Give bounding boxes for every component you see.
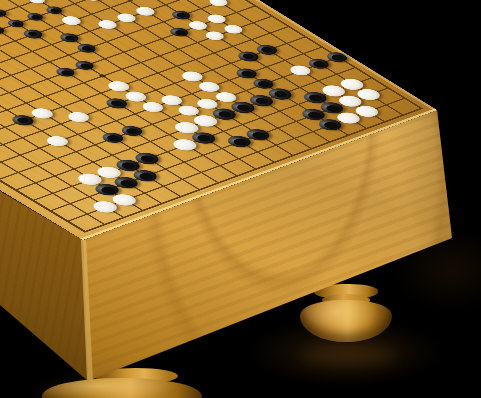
white-stone[interactable]: ○ xyxy=(133,5,157,17)
black-stone[interactable]: ● xyxy=(4,18,27,29)
white-stone[interactable]: ○ xyxy=(95,19,119,31)
black-stone[interactable]: ● xyxy=(74,42,99,54)
board-leg-left xyxy=(36,366,206,398)
black-stone[interactable]: ● xyxy=(166,26,192,38)
white-stone[interactable]: ○ xyxy=(26,0,48,5)
white-stone[interactable]: ○ xyxy=(220,23,246,36)
black-stone[interactable]: ● xyxy=(57,32,82,44)
black-stone[interactable]: ● xyxy=(0,25,8,36)
goban-photo-scene: ●●○○●●●●○●●○●○○○●●○●●●○○○○●○○○●○○●●○○○○●… xyxy=(0,0,481,398)
white-stone[interactable]: ○ xyxy=(81,0,104,2)
white-stone[interactable]: ○ xyxy=(105,80,133,93)
black-stone[interactable]: ● xyxy=(23,11,46,22)
leg-bulb xyxy=(300,300,392,342)
black-stone[interactable]: ● xyxy=(52,66,78,78)
black-stone[interactable]: ● xyxy=(71,59,97,71)
white-stone[interactable]: ○ xyxy=(43,134,73,148)
black-stone[interactable]: ● xyxy=(0,8,10,19)
board-leg-front xyxy=(300,284,395,344)
black-stone[interactable]: ● xyxy=(21,28,45,39)
white-stone[interactable]: ○ xyxy=(64,110,93,124)
white-stone[interactable]: ○ xyxy=(114,12,138,24)
black-stone[interactable]: ● xyxy=(43,5,66,16)
white-stone[interactable]: ○ xyxy=(59,15,83,26)
white-stone[interactable]: ○ xyxy=(201,29,228,42)
leg-reflection xyxy=(300,344,396,366)
leg-bulb xyxy=(42,378,202,398)
black-stone[interactable]: ● xyxy=(169,9,194,21)
white-stone[interactable]: ○ xyxy=(178,70,206,84)
black-stone[interactable]: ● xyxy=(9,114,37,127)
white-stone[interactable]: ○ xyxy=(206,0,231,8)
white-stone[interactable]: ○ xyxy=(185,19,211,31)
white-stone[interactable]: ○ xyxy=(204,13,230,25)
black-stone[interactable]: ● xyxy=(232,67,261,81)
